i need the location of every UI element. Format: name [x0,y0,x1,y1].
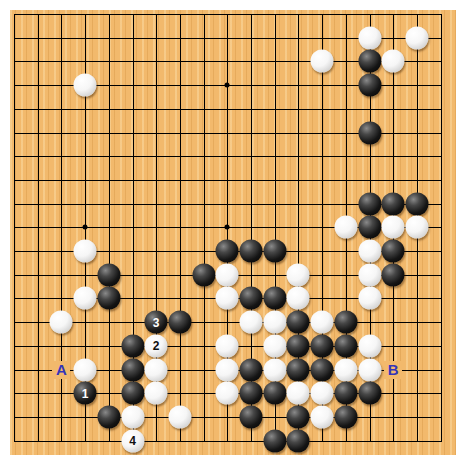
white-stone[interactable] [382,216,405,239]
point-label-A[interactable]: A [52,361,70,379]
white-stone[interactable] [311,311,334,334]
white-stone[interactable] [358,287,381,310]
move-number-label: 4 [129,435,136,447]
white-stone[interactable] [168,405,191,428]
white-stone[interactable] [216,287,239,310]
grid-line-vertical [441,14,442,442]
white-stone[interactable] [358,26,381,49]
move-number-label: 2 [153,340,160,352]
white-stone[interactable] [145,382,168,405]
black-stone[interactable] [168,311,191,334]
white-stone[interactable] [405,26,428,49]
move-number-label: 1 [82,387,89,399]
white-stone[interactable] [358,358,381,381]
grid-line-horizontal [14,417,442,418]
black-stone[interactable] [240,405,263,428]
white-stone[interactable] [287,263,310,286]
move-number-label: 3 [153,316,160,328]
star-point [225,225,230,230]
black-stone[interactable] [121,382,144,405]
black-stone[interactable] [334,382,357,405]
white-stone[interactable] [263,311,286,334]
white-stone[interactable] [74,287,97,310]
black-stone[interactable]: 1 [74,382,97,405]
black-stone[interactable] [358,121,381,144]
black-stone[interactable] [97,263,120,286]
black-stone[interactable] [263,382,286,405]
black-stone[interactable] [334,405,357,428]
black-stone[interactable] [311,334,334,357]
white-stone[interactable] [287,287,310,310]
white-stone[interactable] [287,382,310,405]
white-stone[interactable] [358,263,381,286]
black-stone[interactable] [358,50,381,73]
black-stone[interactable] [97,405,120,428]
white-stone[interactable] [311,382,334,405]
white-stone[interactable] [334,216,357,239]
black-stone[interactable] [334,334,357,357]
white-stone[interactable] [263,358,286,381]
page: 3214AB [0,0,456,455]
grid-line-horizontal [14,322,442,323]
black-stone[interactable] [287,311,310,334]
black-stone[interactable] [240,382,263,405]
black-stone[interactable] [358,74,381,97]
white-stone[interactable] [240,311,263,334]
black-stone[interactable]: 3 [145,311,168,334]
black-stone[interactable] [405,192,428,215]
black-stone[interactable] [121,358,144,381]
black-stone[interactable] [382,192,405,215]
black-stone[interactable] [382,263,405,286]
go-board[interactable]: 3214AB [10,10,456,455]
white-stone[interactable] [74,358,97,381]
grid-line-horizontal [14,441,442,442]
white-stone[interactable] [145,358,168,381]
black-stone[interactable] [287,358,310,381]
black-stone[interactable] [358,216,381,239]
white-stone[interactable] [216,358,239,381]
white-stone[interactable] [405,216,428,239]
black-stone[interactable] [121,334,144,357]
black-stone[interactable] [263,429,286,452]
black-stone[interactable] [334,311,357,334]
white-stone[interactable] [74,74,97,97]
black-stone[interactable] [240,287,263,310]
white-stone[interactable] [358,334,381,357]
black-stone[interactable] [287,429,310,452]
white-stone[interactable] [216,334,239,357]
black-stone[interactable] [358,382,381,405]
black-stone[interactable] [263,287,286,310]
black-stone[interactable] [358,192,381,215]
white-stone[interactable] [311,50,334,73]
black-stone[interactable] [192,263,215,286]
black-stone[interactable] [287,405,310,428]
white-stone[interactable] [74,240,97,263]
black-stone[interactable] [97,287,120,310]
black-stone[interactable] [240,358,263,381]
black-stone[interactable] [311,358,334,381]
white-stone[interactable]: 2 [145,334,168,357]
white-stone[interactable]: 4 [121,429,144,452]
white-stone[interactable] [334,358,357,381]
black-stone[interactable] [382,240,405,263]
black-stone[interactable] [240,240,263,263]
white-stone[interactable] [121,405,144,428]
star-point [83,225,88,230]
white-stone[interactable] [311,405,334,428]
star-point [225,83,230,88]
white-stone[interactable] [382,50,405,73]
black-stone[interactable] [263,240,286,263]
white-stone[interactable] [358,240,381,263]
white-stone[interactable] [216,382,239,405]
white-stone[interactable] [50,311,73,334]
white-stone[interactable] [263,334,286,357]
point-label-B[interactable]: B [384,361,402,379]
black-stone[interactable] [287,334,310,357]
white-stone[interactable] [216,263,239,286]
black-stone[interactable] [216,240,239,263]
